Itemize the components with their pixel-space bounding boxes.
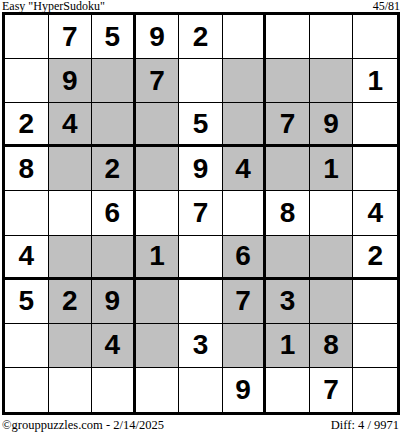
cell-r2c9[interactable]: 1 — [353, 59, 397, 103]
cell-r1c5[interactable]: 2 — [179, 15, 223, 59]
cell-r1c9[interactable] — [353, 15, 397, 59]
cell-r8c3[interactable]: 4 — [92, 324, 136, 368]
cell-r1c2[interactable]: 7 — [49, 15, 93, 59]
cell-r2c8[interactable] — [310, 59, 354, 103]
difficulty-text: Diff: 4 / 9971 — [331, 418, 399, 433]
cell-r5c9[interactable]: 4 — [353, 191, 397, 235]
cell-r1c1[interactable] — [5, 15, 49, 59]
clue-counter: 45/81 — [373, 0, 400, 12]
cell-r7c1[interactable]: 5 — [5, 280, 49, 324]
cell-r6c7[interactable] — [266, 236, 310, 280]
cell-r1c6[interactable] — [223, 15, 267, 59]
cell-r4c4[interactable] — [136, 147, 180, 191]
cell-r3c7[interactable]: 7 — [266, 103, 310, 147]
cell-r3c9[interactable] — [353, 103, 397, 147]
cell-r8c1[interactable] — [5, 324, 49, 368]
cell-r3c5[interactable]: 5 — [179, 103, 223, 147]
cell-r4c3[interactable]: 2 — [92, 147, 136, 191]
cell-r3c4[interactable] — [136, 103, 180, 147]
cell-r7c5[interactable] — [179, 280, 223, 324]
copyright-text: ©grouppuzzles.com - 2/14/2025 — [2, 418, 164, 433]
cell-r4c9[interactable] — [353, 147, 397, 191]
cell-r2c4[interactable]: 7 — [136, 59, 180, 103]
cell-r6c2[interactable] — [49, 236, 93, 280]
puzzle-page: Easy "HyperSudoku" 45/81 759297124579829… — [0, 0, 402, 437]
cell-r8c4[interactable] — [136, 324, 180, 368]
cell-r9c2[interactable] — [49, 368, 93, 412]
cell-r4c1[interactable]: 8 — [5, 147, 49, 191]
cell-r5c7[interactable]: 8 — [266, 191, 310, 235]
cell-r2c5[interactable] — [179, 59, 223, 103]
cell-r9c7[interactable] — [266, 368, 310, 412]
cell-r8c6[interactable] — [223, 324, 267, 368]
cell-r9c9[interactable] — [353, 368, 397, 412]
cell-r7c9[interactable] — [353, 280, 397, 324]
cell-r5c5[interactable]: 7 — [179, 191, 223, 235]
cell-r6c8[interactable] — [310, 236, 354, 280]
cell-r3c2[interactable]: 4 — [49, 103, 93, 147]
cell-r9c6[interactable]: 9 — [223, 368, 267, 412]
cell-r3c8[interactable]: 9 — [310, 103, 354, 147]
cell-r5c2[interactable] — [49, 191, 93, 235]
cell-r8c2[interactable] — [49, 324, 93, 368]
sudoku-board: 759297124579829416784416252973431897 — [2, 12, 400, 415]
cell-r2c6[interactable] — [223, 59, 267, 103]
cell-r6c4[interactable]: 1 — [136, 236, 180, 280]
cell-r1c3[interactable]: 5 — [92, 15, 136, 59]
cell-r5c6[interactable] — [223, 191, 267, 235]
cell-r7c4[interactable] — [136, 280, 180, 324]
cell-r3c1[interactable]: 2 — [5, 103, 49, 147]
cell-r2c3[interactable] — [92, 59, 136, 103]
puzzle-title: Easy "HyperSudoku" — [2, 0, 105, 12]
cell-r4c7[interactable] — [266, 147, 310, 191]
cell-r8c5[interactable]: 3 — [179, 324, 223, 368]
cell-r7c7[interactable]: 3 — [266, 280, 310, 324]
cell-r2c7[interactable] — [266, 59, 310, 103]
cell-r9c5[interactable] — [179, 368, 223, 412]
cell-r5c8[interactable] — [310, 191, 354, 235]
cell-r5c3[interactable]: 6 — [92, 191, 136, 235]
cell-r7c2[interactable]: 2 — [49, 280, 93, 324]
cell-r4c5[interactable]: 9 — [179, 147, 223, 191]
cell-r9c1[interactable] — [5, 368, 49, 412]
cell-r8c9[interactable] — [353, 324, 397, 368]
cell-r4c8[interactable]: 1 — [310, 147, 354, 191]
cell-r8c8[interactable]: 8 — [310, 324, 354, 368]
cell-r4c6[interactable]: 4 — [223, 147, 267, 191]
cell-r7c8[interactable] — [310, 280, 354, 324]
puzzle-footer: ©grouppuzzles.com - 2/14/2025 Diff: 4 / … — [0, 415, 402, 437]
cell-r9c3[interactable] — [92, 368, 136, 412]
cell-r3c6[interactable] — [223, 103, 267, 147]
cell-r6c9[interactable]: 2 — [353, 236, 397, 280]
puzzle-header: Easy "HyperSudoku" 45/81 — [0, 0, 402, 12]
cell-r1c4[interactable]: 9 — [136, 15, 180, 59]
cell-r9c4[interactable] — [136, 368, 180, 412]
cell-r5c4[interactable] — [136, 191, 180, 235]
cell-r3c3[interactable] — [92, 103, 136, 147]
cell-r1c7[interactable] — [266, 15, 310, 59]
cell-r6c3[interactable] — [92, 236, 136, 280]
cell-r2c2[interactable]: 9 — [49, 59, 93, 103]
cell-r7c3[interactable]: 9 — [92, 280, 136, 324]
cell-r6c1[interactable]: 4 — [5, 236, 49, 280]
cell-r2c1[interactable] — [5, 59, 49, 103]
cell-r8c7[interactable]: 1 — [266, 324, 310, 368]
cell-r1c8[interactable] — [310, 15, 354, 59]
cell-r5c1[interactable] — [5, 191, 49, 235]
cell-r7c6[interactable]: 7 — [223, 280, 267, 324]
cell-r6c5[interactable] — [179, 236, 223, 280]
cell-r4c2[interactable] — [49, 147, 93, 191]
cell-r6c6[interactable]: 6 — [223, 236, 267, 280]
cell-r9c8[interactable]: 7 — [310, 368, 354, 412]
